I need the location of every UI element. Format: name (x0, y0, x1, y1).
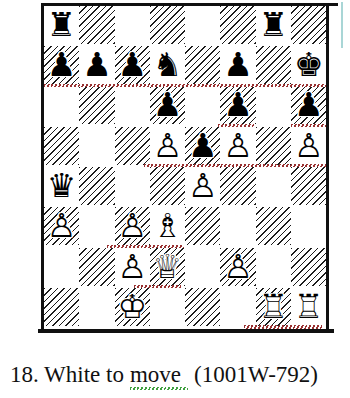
dark-square (185, 288, 220, 326)
dark-square: ♟ (150, 87, 185, 125)
dark-square (79, 6, 114, 44)
square-b7: ♟ (79, 46, 114, 86)
dark-square: ♟♙ (220, 248, 255, 286)
light-square (79, 127, 114, 165)
square-g6 (256, 87, 291, 127)
square-c6 (115, 87, 150, 127)
light-square (185, 6, 220, 44)
light-square (256, 248, 291, 286)
white-pawn-icon: ♙ (115, 248, 150, 285)
red-squiggle-artifact (291, 124, 326, 127)
dark-square (291, 248, 326, 286)
black-pawn-icon: ♟ (115, 46, 150, 83)
square-e6 (185, 87, 220, 127)
white-pawn-icon: ♙ (185, 167, 220, 204)
dark-square (220, 6, 255, 44)
square-g4 (256, 167, 291, 207)
square-h3 (291, 207, 326, 247)
black-rook-icon: ♜ (44, 6, 79, 43)
dark-square (185, 46, 220, 84)
light-square: ♜ (44, 6, 79, 44)
square-d8 (150, 6, 185, 46)
square-h7: ♚ (291, 46, 326, 86)
dark-square: ♟ (44, 46, 79, 84)
square-a5 (44, 127, 79, 167)
square-a6 (44, 87, 79, 127)
light-square: ♞ (150, 46, 185, 84)
dark-square: ♟ (220, 87, 255, 125)
light-square: ♟♙ (291, 127, 326, 165)
square-c2: ♟♙ (115, 248, 150, 288)
square-g7 (256, 46, 291, 86)
square-e4: ♟♙ (185, 167, 220, 207)
dark-square: ♟ (185, 127, 220, 165)
light-square (44, 248, 79, 286)
dark-square (79, 87, 114, 125)
dark-square (256, 127, 291, 165)
square-g8: ♜ (256, 6, 291, 46)
square-f6: ♟ (220, 87, 255, 127)
dark-square: ♟ (115, 46, 150, 84)
square-b1 (79, 288, 114, 328)
black-pawn-icon: ♟ (185, 127, 220, 164)
square-d4 (150, 167, 185, 207)
black-pawn-icon: ♟ (291, 87, 326, 124)
light-square: ♟♙ (115, 248, 150, 286)
light-square (79, 288, 114, 326)
black-pawn-icon: ♟ (79, 46, 114, 83)
square-h2 (291, 248, 326, 288)
dark-square (220, 167, 255, 205)
light-square (185, 248, 220, 286)
square-b2 (79, 248, 114, 288)
square-f7: ♟ (220, 46, 255, 86)
red-squiggle-artifact (134, 285, 181, 288)
square-g3 (256, 207, 291, 247)
square-c5 (115, 127, 150, 167)
dark-square (150, 6, 185, 44)
board-caption: 18. White tomove(1001W-792) (10, 362, 346, 388)
square-c3: ♟♙ (115, 207, 150, 247)
square-g2 (256, 248, 291, 288)
dark-square (44, 288, 79, 326)
red-squiggle-artifact (244, 325, 322, 328)
red-squiggle-artifact (107, 245, 184, 248)
board-border-right (326, 5, 329, 331)
black-pawn-icon: ♟ (150, 87, 185, 124)
light-square: ♟ (220, 46, 255, 84)
green-squiggle-underline (130, 387, 188, 390)
white-rook-icon: ♖ (256, 288, 291, 325)
square-c4 (115, 167, 150, 207)
dark-square (185, 207, 220, 245)
light-square (256, 87, 291, 125)
dark-square: ♛♕ (150, 248, 185, 286)
light-square (291, 207, 326, 245)
square-d7: ♞ (150, 46, 185, 86)
white-queen-icon: ♕ (150, 248, 185, 285)
chess-board: ♜♜♟♟♟♞♟♚♟♟♟♟♙♟♟♙♟♙♛♟♙♟♙♟♙♝♗♟♙♛♕♟♙♚♔♜♖♜♖ (44, 6, 326, 329)
square-a2 (44, 248, 79, 288)
white-rook-icon: ♖ (291, 288, 326, 325)
black-rook-icon: ♜ (256, 6, 291, 43)
square-a8: ♜ (44, 6, 79, 46)
white-pawn-icon: ♙ (44, 207, 79, 244)
square-b8 (79, 6, 114, 46)
black-knight-icon: ♞ (150, 46, 185, 83)
light-square (79, 207, 114, 245)
black-pawn-icon: ♟ (220, 87, 255, 124)
dark-square: ♟♙ (44, 207, 79, 245)
square-g1: ♜♖ (256, 288, 291, 328)
dark-square (256, 207, 291, 245)
dark-square (79, 248, 114, 286)
square-h4 (291, 167, 326, 207)
white-pawn-icon: ♙ (150, 127, 185, 164)
dark-square (291, 6, 326, 44)
table-gridline (341, 2, 343, 48)
square-a4: ♛ (44, 167, 79, 207)
black-pawn-icon: ♟ (220, 46, 255, 83)
square-h1: ♜♖ (291, 288, 326, 328)
light-square (115, 6, 150, 44)
square-e1 (185, 288, 220, 328)
light-square (220, 207, 255, 245)
caption-id: (1001W-792) (194, 362, 318, 387)
white-pawn-icon: ♙ (115, 207, 150, 244)
light-square: ♚ (291, 46, 326, 84)
board-border-bottom (38, 329, 334, 333)
square-c8 (115, 6, 150, 46)
dark-square (115, 127, 150, 165)
dark-square (79, 167, 114, 205)
square-h6: ♟ (291, 87, 326, 127)
square-h8 (291, 6, 326, 46)
red-squiggle-artifact (218, 124, 255, 127)
square-a7: ♟ (44, 46, 79, 86)
caption-flagged-word-wrap: move (130, 362, 181, 388)
black-pawn-icon: ♟ (44, 46, 79, 83)
light-square: ♜ (256, 6, 291, 44)
square-d5: ♟♙ (150, 127, 185, 167)
square-d6: ♟ (150, 87, 185, 127)
red-squiggle-artifact (144, 164, 326, 167)
square-d1 (150, 288, 185, 328)
white-bishop-icon: ♗ (150, 207, 185, 244)
white-king-icon: ♔ (115, 288, 150, 325)
light-square (185, 87, 220, 125)
square-b5 (79, 127, 114, 167)
black-queen-icon: ♛ (44, 167, 79, 204)
square-e5: ♟ (185, 127, 220, 167)
square-f1 (220, 288, 255, 328)
square-h5: ♟♙ (291, 127, 326, 167)
dark-square (291, 167, 326, 205)
dark-square: ♟ (291, 87, 326, 125)
white-pawn-icon: ♙ (220, 248, 255, 285)
light-square (115, 167, 150, 205)
light-square: ♟♙ (185, 167, 220, 205)
light-square: ♟ (79, 46, 114, 84)
square-d2: ♛♕ (150, 248, 185, 288)
white-pawn-icon: ♙ (220, 127, 255, 164)
dark-square: ♜♖ (256, 288, 291, 326)
square-f8 (220, 6, 255, 46)
light-square: ♟♙ (150, 127, 185, 165)
light-square: ♜♖ (291, 288, 326, 326)
dark-square (150, 167, 185, 205)
document-page: ♜♜♟♟♟♞♟♚♟♟♟♟♙♟♟♙♟♙♛♟♙♟♙♟♙♝♗♟♙♛♕♟♙♚♔♜♖♜♖ … (0, 0, 350, 398)
square-e2 (185, 248, 220, 288)
square-a1 (44, 288, 79, 328)
square-a3: ♟♙ (44, 207, 79, 247)
dark-square (256, 46, 291, 84)
square-e8 (185, 6, 220, 46)
light-square (220, 288, 255, 326)
red-squiggle-artifact (44, 84, 326, 87)
light-square (44, 87, 79, 125)
white-pawn-icon: ♙ (291, 127, 326, 164)
light-square: ♟♙ (220, 127, 255, 165)
square-c1: ♚♔ (115, 288, 150, 328)
dark-square: ♟♙ (115, 207, 150, 245)
square-b4 (79, 167, 114, 207)
light-square (115, 87, 150, 125)
square-f2: ♟♙ (220, 248, 255, 288)
square-e7 (185, 46, 220, 86)
caption-prefix: 18. White to (10, 362, 124, 387)
light-square: ♛ (44, 167, 79, 205)
light-square: ♝♗ (150, 207, 185, 245)
square-b6 (79, 87, 114, 127)
square-e3 (185, 207, 220, 247)
square-f3 (220, 207, 255, 247)
square-d3: ♝♗ (150, 207, 185, 247)
square-b3 (79, 207, 114, 247)
dark-square: ♚♔ (115, 288, 150, 326)
square-g5 (256, 127, 291, 167)
light-square (150, 288, 185, 326)
caption-flagged-word: move (130, 362, 181, 387)
square-f4 (220, 167, 255, 207)
dark-square (44, 127, 79, 165)
square-c7: ♟ (115, 46, 150, 86)
black-king-icon: ♚ (291, 46, 326, 83)
light-square (256, 167, 291, 205)
square-f5: ♟♙ (220, 127, 255, 167)
